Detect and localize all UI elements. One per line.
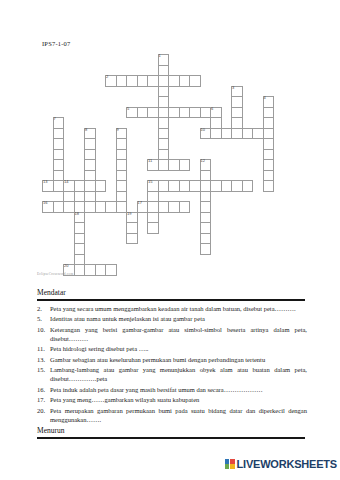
across-clue-list: 2.Peta yang secara umum menggambarkan ke… — [37, 305, 307, 426]
clue-number-marker: 12 — [201, 159, 205, 163]
clue-item-number: 16. — [37, 386, 50, 395]
clue-item: 20.Peta merupakan gambaran permukaan bum… — [37, 407, 307, 425]
clue-number-marker: 6 — [211, 107, 213, 111]
down-section-header: Menurun — [37, 426, 65, 435]
clue-item: 10.Keterangan yang berisi gambar-gambar … — [37, 326, 307, 344]
clue-item: 16.Peta induk adalah peta dasar yang mas… — [37, 386, 307, 395]
crossword-cell[interactable] — [126, 233, 138, 245]
clue-number-marker: 16 — [43, 201, 47, 205]
clue-item-text: Gambar sebagian atau keseluruhan permuka… — [50, 356, 307, 365]
crossword-cell[interactable] — [147, 222, 159, 234]
clue-item-text: Peta yang meng……gambarkan wilayah suatu … — [50, 396, 307, 405]
clue-number-marker: 11 — [148, 159, 152, 163]
clue-item: 11.Peta hidrologi sering disebut peta ….… — [37, 345, 307, 354]
clue-item-number: 17. — [37, 396, 50, 405]
clue-number-marker: 19 — [127, 212, 131, 216]
clue-number-marker: 1 — [159, 54, 161, 58]
clue-item-number: 5. — [37, 315, 50, 324]
down-header-rule — [37, 437, 305, 439]
clue-item-text: Peta yang secara umum menggambarkan kead… — [50, 305, 307, 314]
clue-item-text: Keterangan yang berisi gambar-gambar ata… — [50, 326, 307, 344]
clue-number-marker: 20 — [64, 264, 68, 268]
clue-number-marker: 15 — [148, 180, 152, 184]
clue-number-marker: 4 — [264, 96, 266, 100]
clue-item-number: 13. — [37, 356, 50, 365]
crossword-cell[interactable] — [95, 180, 107, 192]
clue-item: 2.Peta yang secara umum menggambarkan ke… — [37, 305, 307, 314]
clue-item-text: Peta hidrologi sering disebut peta ….. — [50, 345, 307, 354]
crossword-cell[interactable] — [189, 75, 201, 87]
page-title: IPS7-1-07 — [42, 40, 71, 47]
crossword-cell[interactable] — [242, 180, 254, 192]
liveworksheets-icon — [225, 459, 235, 469]
clue-item: 17.Peta yang meng……gambarkan wilayah sua… — [37, 396, 307, 405]
liveworksheets-logo-text: LIVEWORKSHEETS — [237, 458, 338, 470]
across-header-rule — [37, 299, 305, 301]
clue-item-number: 10. — [37, 326, 50, 344]
clue-number-marker: 14 — [64, 180, 68, 184]
clue-item-number: 15. — [37, 366, 50, 384]
crossword-cell[interactable] — [179, 201, 191, 213]
clue-item-text: Identitas atau nama untuk menjelaskan is… — [50, 315, 307, 324]
clue-item: 13.Gambar sebagian atau keseluruhan perm… — [37, 356, 307, 365]
clue-item-number: 11. — [37, 345, 50, 354]
logo-color-square — [225, 464, 230, 469]
clue-number-marker: 9 — [117, 128, 119, 132]
liveworksheets-logo[interactable]: LIVEWORKSHEETS — [225, 458, 337, 470]
clue-number-marker: 17 — [138, 201, 142, 205]
logo-color-square — [230, 464, 235, 469]
clue-item: 5.Identitas atau nama untuk menjelaskan … — [37, 315, 307, 324]
clue-number-marker: 13 — [43, 180, 47, 184]
worksheet-page: IPS7-1-07 123456789101112131415161718192… — [0, 0, 340, 480]
clue-item-text: Lambang-lambang atau gambar yang menunju… — [50, 366, 307, 384]
logo-color-square — [230, 459, 235, 464]
clue-item-number: 20. — [37, 407, 50, 425]
clue-number-marker: 10 — [201, 128, 205, 132]
clue-number-marker: 18 — [75, 212, 79, 216]
clue-item: 15.Lambang-lambang atau gambar yang menu… — [37, 366, 307, 384]
crossword-cell[interactable] — [263, 180, 275, 192]
crossword-watermark: EclipseCrossword.com — [37, 272, 73, 276]
crossword-cell[interactable] — [179, 159, 191, 171]
crossword-cell[interactable] — [200, 243, 212, 255]
logo-color-square — [225, 459, 230, 464]
crossword-cell[interactable] — [105, 264, 117, 276]
clue-number-marker: 7 — [54, 117, 56, 121]
clue-number-marker: 2 — [106, 75, 108, 79]
clue-item-text: Peta merupakan gambaran permukaan bumi p… — [50, 407, 307, 425]
clue-number-marker: 8 — [85, 128, 87, 132]
across-section-header: Mendatar — [37, 288, 66, 297]
clue-item-text: Peta induk adalah peta dasar yang masih … — [50, 386, 307, 395]
clue-number-marker: 3 — [232, 86, 234, 90]
crossword-grid: 1234567891011121314151617181920 — [42, 54, 275, 276]
clue-item-number: 2. — [37, 305, 50, 314]
clue-number-marker: 5 — [127, 107, 129, 111]
